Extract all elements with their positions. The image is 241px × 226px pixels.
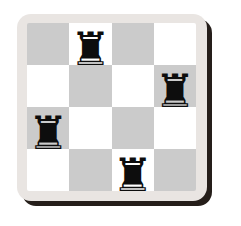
black-rook[interactable]: ♜ <box>70 31 111 67</box>
square-d1[interactable] <box>154 149 196 191</box>
square-d4[interactable] <box>154 23 196 65</box>
board-grid: ♜♜♜♜ <box>27 23 196 191</box>
square-c4[interactable] <box>112 23 154 65</box>
black-rook[interactable]: ♜ <box>28 115 69 151</box>
square-a1[interactable] <box>27 149 69 191</box>
square-b3[interactable] <box>69 65 111 107</box>
black-rook[interactable]: ♜ <box>154 73 195 109</box>
game-board: ♜♜♜♜ <box>17 14 207 201</box>
square-c3[interactable] <box>112 65 154 107</box>
square-b2[interactable] <box>69 107 111 149</box>
square-d2[interactable] <box>154 107 196 149</box>
square-a4[interactable] <box>27 23 69 65</box>
square-b4[interactable]: ♜ <box>69 23 111 65</box>
square-c1[interactable]: ♜ <box>112 149 154 191</box>
square-d3[interactable]: ♜ <box>154 65 196 107</box>
square-c2[interactable] <box>112 107 154 149</box>
square-a2[interactable]: ♜ <box>27 107 69 149</box>
black-rook[interactable]: ♜ <box>112 157 153 191</box>
square-b1[interactable] <box>69 149 111 191</box>
square-a3[interactable] <box>27 65 69 107</box>
